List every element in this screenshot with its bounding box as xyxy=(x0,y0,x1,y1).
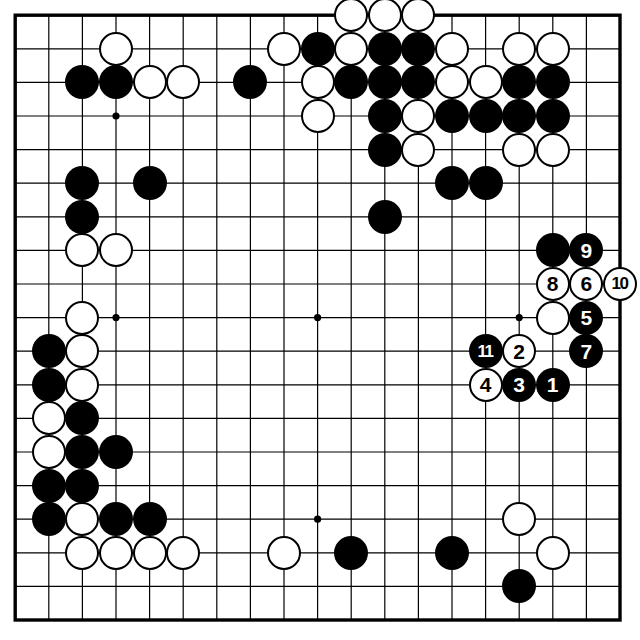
white-stone xyxy=(301,99,335,133)
black-stone xyxy=(401,65,435,99)
white-stone xyxy=(65,233,99,267)
black-stone xyxy=(469,99,503,133)
black-stone xyxy=(368,32,402,66)
black-stone xyxy=(65,435,99,469)
black-stone xyxy=(502,65,536,99)
black-stone xyxy=(233,65,267,99)
black-stone xyxy=(65,166,99,200)
black-stone xyxy=(435,536,469,570)
white-stone xyxy=(65,502,99,536)
white-stone xyxy=(65,301,99,335)
black-stone xyxy=(32,502,66,536)
black-stone xyxy=(401,32,435,66)
black-stone xyxy=(32,334,66,368)
white-stone-move-8: 8 xyxy=(536,267,570,301)
black-stone xyxy=(368,133,402,167)
white-stone xyxy=(133,65,167,99)
black-stone xyxy=(334,536,368,570)
white-stone xyxy=(401,133,435,167)
white-stone xyxy=(536,133,570,167)
white-stone xyxy=(502,32,536,66)
white-stone xyxy=(368,0,402,32)
white-stone-move-10: 10 xyxy=(603,267,637,301)
black-stone xyxy=(32,368,66,402)
white-stone xyxy=(166,65,200,99)
white-stone xyxy=(166,536,200,570)
white-stone xyxy=(32,401,66,435)
black-stone xyxy=(435,99,469,133)
white-stone xyxy=(334,32,368,66)
black-stone xyxy=(368,65,402,99)
black-stone xyxy=(536,233,570,267)
white-stone xyxy=(65,536,99,570)
white-stone xyxy=(99,233,133,267)
black-stone xyxy=(536,99,570,133)
white-stone-move-2: 2 xyxy=(502,334,536,368)
black-stone-move-11: 11 xyxy=(469,334,503,368)
white-stone xyxy=(435,32,469,66)
white-stone-move-6: 6 xyxy=(569,267,603,301)
white-stone xyxy=(65,368,99,402)
black-stone xyxy=(368,200,402,234)
black-stone xyxy=(65,65,99,99)
black-stone xyxy=(435,166,469,200)
black-stone xyxy=(133,166,167,200)
black-stone xyxy=(32,469,66,503)
black-stone xyxy=(469,166,503,200)
black-stone xyxy=(368,99,402,133)
white-stone xyxy=(401,0,435,32)
white-stone xyxy=(435,65,469,99)
black-stone xyxy=(536,65,570,99)
white-stone xyxy=(267,32,301,66)
white-stone xyxy=(65,334,99,368)
black-stone xyxy=(502,569,536,603)
black-stone xyxy=(65,200,99,234)
white-stone xyxy=(502,502,536,536)
black-stone xyxy=(99,502,133,536)
white-stone xyxy=(536,32,570,66)
black-stone xyxy=(65,469,99,503)
black-stone xyxy=(99,65,133,99)
black-stone-move-7: 7 xyxy=(569,334,603,368)
black-stone xyxy=(502,99,536,133)
stones-layer: 9861051127431 xyxy=(0,0,637,637)
black-stone xyxy=(334,65,368,99)
black-stone-move-1: 1 xyxy=(536,368,570,402)
white-stone xyxy=(536,536,570,570)
white-stone xyxy=(267,536,301,570)
white-stone xyxy=(133,536,167,570)
white-stone xyxy=(401,99,435,133)
white-stone xyxy=(99,32,133,66)
white-stone xyxy=(469,65,503,99)
black-stone xyxy=(65,401,99,435)
black-stone xyxy=(301,32,335,66)
black-stone-move-3: 3 xyxy=(502,368,536,402)
black-stone xyxy=(99,435,133,469)
white-stone-move-4: 4 xyxy=(469,368,503,402)
white-stone xyxy=(99,536,133,570)
go-board[interactable]: 9861051127431 xyxy=(0,0,640,640)
white-stone xyxy=(334,0,368,32)
white-stone xyxy=(301,65,335,99)
white-stone xyxy=(502,133,536,167)
white-stone xyxy=(32,435,66,469)
white-stone xyxy=(536,301,570,335)
black-stone-move-9: 9 xyxy=(569,233,603,267)
black-stone-move-5: 5 xyxy=(569,301,603,335)
black-stone xyxy=(133,502,167,536)
go-diagram-page: 9861051127431 xyxy=(0,0,640,640)
